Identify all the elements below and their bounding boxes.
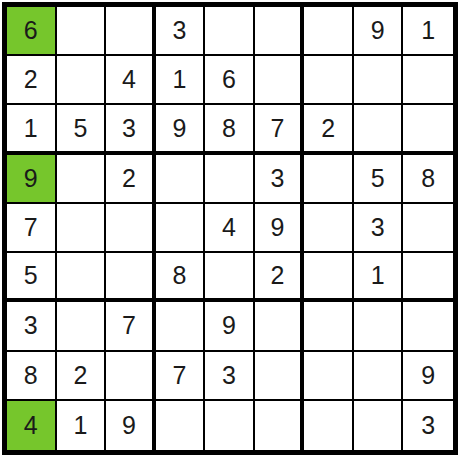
sudoku-cell-r5c8[interactable]: 3 [354, 204, 404, 253]
sudoku-cell-r1c3[interactable] [106, 7, 156, 56]
sudoku-cell-r5c2[interactable] [57, 204, 107, 253]
sudoku-cell-r7c2[interactable] [57, 302, 107, 351]
sudoku-cell-r8c7[interactable] [304, 352, 354, 401]
sudoku-cell-r2c9[interactable] [403, 56, 453, 105]
sudoku-cell-r8c2[interactable]: 2 [57, 352, 107, 401]
sudoku-cell-r6c6[interactable]: 2 [255, 253, 305, 302]
sudoku-cell-r7c7[interactable] [304, 302, 354, 351]
sudoku-cell-r7c5[interactable]: 9 [205, 302, 255, 351]
sudoku-cell-r3c3[interactable]: 3 [106, 105, 156, 154]
sudoku-cell-r5c7[interactable] [304, 204, 354, 253]
sudoku-cell-r3c5[interactable]: 8 [205, 105, 255, 154]
sudoku-cell-r8c6[interactable] [255, 352, 305, 401]
sudoku-cell-r4c7[interactable] [304, 155, 354, 204]
sudoku-cell-r3c6[interactable]: 7 [255, 105, 305, 154]
sudoku-cell-r7c3[interactable]: 7 [106, 302, 156, 351]
sudoku-board: 6391241615398729235874935821379827394193 [2, 2, 458, 455]
sudoku-cell-r6c4[interactable]: 8 [156, 253, 206, 302]
sudoku-cell-r1c5[interactable] [205, 7, 255, 56]
sudoku-cell-r9c4[interactable] [156, 401, 206, 450]
sudoku-cell-r7c8[interactable] [354, 302, 404, 351]
sudoku-cell-r8c4[interactable]: 7 [156, 352, 206, 401]
sudoku-cell-r9c8[interactable] [354, 401, 404, 450]
sudoku-cell-r3c8[interactable] [354, 105, 404, 154]
sudoku-cell-r4c9[interactable]: 8 [403, 155, 453, 204]
sudoku-cell-r8c8[interactable] [354, 352, 404, 401]
sudoku-cell-r3c9[interactable] [403, 105, 453, 154]
sudoku-cell-r1c2[interactable] [57, 7, 107, 56]
sudoku-cell-r8c3[interactable] [106, 352, 156, 401]
sudoku-cell-r4c8[interactable]: 5 [354, 155, 404, 204]
sudoku-cell-r2c4[interactable]: 1 [156, 56, 206, 105]
sudoku-cell-r9c7[interactable] [304, 401, 354, 450]
sudoku-cell-r1c4[interactable]: 3 [156, 7, 206, 56]
sudoku-cell-r2c1[interactable]: 2 [7, 56, 57, 105]
sudoku-cell-r9c1[interactable]: 4 [7, 401, 57, 450]
sudoku-cell-r2c6[interactable] [255, 56, 305, 105]
sudoku-cell-r2c7[interactable] [304, 56, 354, 105]
sudoku-cell-r1c9[interactable]: 1 [403, 7, 453, 56]
sudoku-cell-r5c5[interactable]: 4 [205, 204, 255, 253]
sudoku-cell-r8c1[interactable]: 8 [7, 352, 57, 401]
sudoku-cell-r7c1[interactable]: 3 [7, 302, 57, 351]
sudoku-cell-r3c7[interactable]: 2 [304, 105, 354, 154]
sudoku-cell-r1c1[interactable]: 6 [7, 7, 57, 56]
sudoku-cell-r3c1[interactable]: 1 [7, 105, 57, 154]
sudoku-cell-r7c9[interactable] [403, 302, 453, 351]
sudoku-cell-r7c6[interactable] [255, 302, 305, 351]
sudoku-cell-r8c9[interactable]: 9 [403, 352, 453, 401]
sudoku-cell-r4c2[interactable] [57, 155, 107, 204]
sudoku-cell-r9c6[interactable] [255, 401, 305, 450]
sudoku-cell-r4c1[interactable]: 9 [7, 155, 57, 204]
sudoku-cell-r1c7[interactable] [304, 7, 354, 56]
sudoku-cell-r4c4[interactable] [156, 155, 206, 204]
sudoku-cell-r5c4[interactable] [156, 204, 206, 253]
sudoku-cell-r5c6[interactable]: 9 [255, 204, 305, 253]
sudoku-cell-r5c3[interactable] [106, 204, 156, 253]
sudoku-cell-r2c2[interactable] [57, 56, 107, 105]
sudoku-cell-r2c5[interactable]: 6 [205, 56, 255, 105]
sudoku-cell-r6c8[interactable]: 1 [354, 253, 404, 302]
sudoku-cell-r8c5[interactable]: 3 [205, 352, 255, 401]
sudoku-cell-r4c6[interactable]: 3 [255, 155, 305, 204]
sudoku-cell-r6c2[interactable] [57, 253, 107, 302]
sudoku-cell-r3c4[interactable]: 9 [156, 105, 206, 154]
sudoku-cell-r5c9[interactable] [403, 204, 453, 253]
sudoku-cell-r6c9[interactable] [403, 253, 453, 302]
sudoku-page: 6391241615398729235874935821379827394193 [0, 0, 464, 455]
sudoku-cell-r9c5[interactable] [205, 401, 255, 450]
sudoku-cell-r6c7[interactable] [304, 253, 354, 302]
sudoku-cell-r6c5[interactable] [205, 253, 255, 302]
sudoku-cell-r9c3[interactable]: 9 [106, 401, 156, 450]
sudoku-cell-r1c8[interactable]: 9 [354, 7, 404, 56]
sudoku-cell-r7c4[interactable] [156, 302, 206, 351]
sudoku-cell-r5c1[interactable]: 7 [7, 204, 57, 253]
sudoku-cell-r6c1[interactable]: 5 [7, 253, 57, 302]
sudoku-cell-r1c6[interactable] [255, 7, 305, 56]
sudoku-cell-r6c3[interactable] [106, 253, 156, 302]
sudoku-cell-r9c9[interactable]: 3 [403, 401, 453, 450]
sudoku-cell-r2c8[interactable] [354, 56, 404, 105]
sudoku-cell-r9c2[interactable]: 1 [57, 401, 107, 450]
sudoku-cell-r3c2[interactable]: 5 [57, 105, 107, 154]
sudoku-cell-r4c3[interactable]: 2 [106, 155, 156, 204]
sudoku-cell-r4c5[interactable] [205, 155, 255, 204]
sudoku-cell-r2c3[interactable]: 4 [106, 56, 156, 105]
